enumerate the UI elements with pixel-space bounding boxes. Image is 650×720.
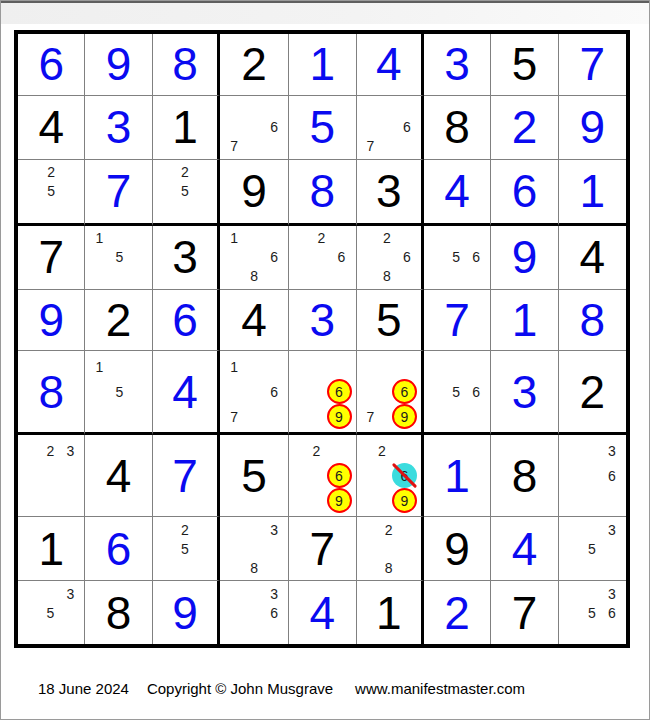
cell-r3c6[interactable]: 3 [357, 160, 424, 226]
cell-r4c4[interactable]: 168 [220, 226, 289, 290]
cell-r1c4[interactable]: 2 [220, 34, 289, 96]
cell-r4c2[interactable]: 15 [85, 226, 152, 290]
solved-digit-1: 1 [310, 41, 336, 87]
given-digit-3: 3 [376, 168, 402, 214]
cell-r2c5[interactable]: 5 [289, 96, 356, 160]
cell-r6c1[interactable]: 8 [18, 351, 85, 435]
cell-r5c7[interactable]: 7 [424, 290, 491, 352]
solved-digit-1: 1 [580, 168, 606, 214]
cell-r9c1[interactable]: 35 [18, 581, 85, 644]
cell-r3c3[interactable]: 25 [153, 160, 220, 226]
candidate-2: 2 [175, 520, 195, 539]
cell-r8c4[interactable]: 38 [220, 517, 289, 581]
cell-r3c5[interactable]: 8 [289, 160, 356, 226]
cell-r4c5[interactable]: 26 [289, 226, 356, 290]
solved-digit-7: 7 [172, 453, 198, 499]
cell-r7c2[interactable]: 4 [85, 435, 152, 517]
cell-r7c1[interactable]: 23 [18, 435, 85, 517]
candidate-2: 2 [175, 163, 195, 182]
solved-digit-6: 6 [38, 41, 64, 87]
candidate-6: 6 [264, 382, 284, 401]
candidate-1: 1 [89, 229, 109, 248]
cell-r3c1[interactable]: 25 [18, 160, 85, 226]
solved-digit-9: 9 [106, 41, 132, 87]
candidate-7: 7 [361, 137, 381, 156]
candidate-6: 6 [332, 248, 352, 267]
cell-r1c9[interactable]: 7 [559, 34, 626, 96]
cell-r9c5[interactable]: 4 [289, 581, 356, 644]
cell-r6c9[interactable]: 2 [559, 351, 626, 435]
solved-digit-4: 4 [376, 41, 402, 87]
solved-digit-9: 9 [172, 590, 198, 636]
cell-r3c4[interactable]: 9 [220, 160, 289, 226]
given-digit-5: 5 [376, 297, 402, 343]
candidate-6: 6 [397, 118, 417, 137]
cell-r3c9[interactable]: 1 [559, 160, 626, 226]
given-digit-8: 8 [106, 590, 132, 636]
candidate-6: 6 [466, 248, 486, 267]
cell-r5c9[interactable]: 8 [559, 290, 626, 352]
cell-r8c3[interactable]: 25 [153, 517, 220, 581]
cell-r1c2[interactable]: 9 [85, 34, 152, 96]
cell-r1c7[interactable]: 3 [424, 34, 491, 96]
candidate-9-highlighted: 9 [327, 404, 352, 429]
given-digit-8: 8 [512, 453, 538, 499]
candidate-5: 5 [582, 603, 602, 622]
candidate-5: 5 [175, 182, 195, 201]
candidate-5: 5 [109, 248, 129, 267]
cell-r6c8[interactable]: 3 [491, 351, 558, 435]
solved-digit-6: 6 [512, 168, 538, 214]
cell-r9c4[interactable]: 36 [220, 581, 289, 644]
solved-digit-6: 6 [106, 526, 132, 572]
cell-r1c5[interactable]: 1 [289, 34, 356, 96]
candidate-3: 3 [60, 584, 80, 603]
sudoku-board: 6982143574316756782925725983461715316826… [14, 30, 630, 648]
given-digit-5: 5 [241, 453, 267, 499]
candidate-7: 7 [224, 137, 244, 156]
given-digit-2: 2 [241, 41, 267, 87]
cell-r5c1[interactable]: 9 [18, 290, 85, 352]
cell-r7c6[interactable]: 269 [357, 435, 424, 517]
candidate-3: 3 [602, 584, 622, 603]
cell-r9c2[interactable]: 8 [85, 581, 152, 644]
given-digit-4: 4 [241, 297, 267, 343]
solved-digit-2: 2 [444, 590, 470, 636]
cell-r1c1[interactable]: 6 [18, 34, 85, 96]
candidate-3: 3 [264, 584, 284, 603]
cell-r9c9[interactable]: 356 [559, 581, 626, 644]
cell-r5c2[interactable]: 2 [85, 290, 152, 352]
candidate-2: 2 [40, 441, 60, 460]
solved-digit-3: 3 [310, 297, 336, 343]
title-bar [1, 1, 649, 24]
given-digit-4: 4 [106, 453, 132, 499]
candidate-1: 1 [224, 357, 244, 376]
cell-r1c8[interactable]: 5 [491, 34, 558, 96]
candidate-3: 3 [602, 441, 622, 460]
cell-r6c6[interactable]: 679 [357, 351, 424, 435]
candidate-5: 5 [446, 248, 466, 267]
footer: 18 June 2024Copyright © John Musgravewww… [38, 680, 525, 697]
cell-r8c6[interactable]: 28 [357, 517, 424, 581]
cell-r5c5[interactable]: 3 [289, 290, 356, 352]
candidate-3: 3 [602, 520, 622, 539]
candidate-6: 6 [264, 118, 284, 137]
candidate-6: 6 [397, 248, 417, 267]
cell-r2c7[interactable]: 8 [424, 96, 491, 160]
cell-r8c1[interactable]: 1 [18, 517, 85, 581]
solved-digit-4: 4 [444, 168, 470, 214]
given-digit-8: 8 [444, 104, 470, 150]
cell-r4c6[interactable]: 268 [357, 226, 424, 290]
given-digit-9: 9 [444, 526, 470, 572]
solved-digit-8: 8 [38, 369, 64, 415]
candidate-3: 3 [264, 520, 284, 539]
candidate-5: 5 [40, 603, 60, 622]
solved-digit-8: 8 [310, 168, 336, 214]
candidate-6-highlighted: 6 [327, 463, 352, 488]
solved-digit-1: 1 [444, 453, 470, 499]
cell-r2c9[interactable]: 9 [559, 96, 626, 160]
solved-digit-7: 7 [580, 41, 606, 87]
candidate-7: 7 [224, 407, 244, 426]
solved-digit-9: 9 [38, 297, 64, 343]
cell-r6c7[interactable]: 56 [424, 351, 491, 435]
cell-r9c7[interactable]: 2 [424, 581, 491, 644]
candidate-6: 6 [264, 603, 284, 622]
cell-r7c7[interactable]: 1 [424, 435, 491, 517]
cell-r1c3[interactable]: 8 [153, 34, 220, 96]
solved-digit-3: 3 [512, 369, 538, 415]
cell-r5c4[interactable]: 4 [220, 290, 289, 352]
candidate-8: 8 [244, 558, 264, 577]
candidate-6: 6 [602, 603, 622, 622]
cell-r4c1[interactable]: 7 [18, 226, 85, 290]
given-digit-5: 5 [512, 41, 538, 87]
candidate-2: 2 [41, 163, 61, 182]
cell-r8c7[interactable]: 9 [424, 517, 491, 581]
given-digit-2: 2 [106, 297, 132, 343]
footer-copyright: Copyright © John Musgrave [147, 680, 333, 697]
candidate-2: 2 [372, 441, 392, 460]
solved-digit-4: 4 [172, 369, 198, 415]
candidate-5: 5 [446, 382, 466, 401]
cell-r7c9[interactable]: 36 [559, 435, 626, 517]
candidate-1: 1 [224, 229, 244, 248]
cell-r7c3[interactable]: 7 [153, 435, 220, 517]
candidate-6: 6 [466, 382, 486, 401]
cell-r5c6[interactable]: 5 [357, 290, 424, 352]
candidate-8: 8 [244, 267, 264, 286]
cell-r4c3[interactable]: 3 [153, 226, 220, 290]
solved-digit-3: 3 [106, 104, 132, 150]
given-digit-1: 1 [376, 590, 402, 636]
solved-digit-5: 5 [310, 104, 336, 150]
candidate-9-highlighted: 9 [392, 404, 417, 429]
candidate-5: 5 [175, 539, 195, 558]
candidate-2: 2 [379, 520, 399, 539]
solved-digit-3: 3 [444, 41, 470, 87]
candidate-6: 6 [602, 466, 622, 485]
solved-digit-1: 1 [512, 297, 538, 343]
cell-r2c2[interactable]: 3 [85, 96, 152, 160]
candidate-5: 5 [582, 539, 602, 558]
cell-r8c9[interactable]: 35 [559, 517, 626, 581]
given-digit-3: 3 [172, 234, 198, 280]
solved-digit-4: 4 [310, 590, 336, 636]
given-digit-7: 7 [512, 590, 538, 636]
footer-website: www.manifestmaster.com [355, 680, 525, 697]
solved-digit-8: 8 [580, 297, 606, 343]
cell-r6c2[interactable]: 15 [85, 351, 152, 435]
candidate-9-highlighted: 9 [327, 488, 352, 513]
cell-r7c5[interactable]: 269 [289, 435, 356, 517]
footer-date: 18 June 2024 [38, 680, 129, 697]
candidate-6: 6 [264, 248, 284, 267]
cell-r8c5[interactable]: 7 [289, 517, 356, 581]
given-digit-2: 2 [580, 369, 606, 415]
cell-r5c8[interactable]: 1 [491, 290, 558, 352]
candidate-3: 3 [60, 441, 80, 460]
candidate-6-highlighted: 6 [327, 379, 352, 404]
cell-r9c3[interactable]: 9 [153, 581, 220, 644]
candidate-8: 8 [379, 558, 399, 577]
given-digit-4: 4 [580, 234, 606, 280]
cell-r3c2[interactable]: 7 [85, 160, 152, 226]
candidate-2: 2 [312, 229, 332, 248]
candidate-6-eliminated: 6 [392, 463, 417, 488]
cell-r3c7[interactable]: 4 [424, 160, 491, 226]
candidate-6-highlighted: 6 [392, 379, 417, 404]
cell-r9c8[interactable]: 7 [491, 581, 558, 644]
solved-digit-7: 7 [106, 168, 132, 214]
given-digit-1: 1 [172, 104, 198, 150]
cell-r6c5[interactable]: 69 [289, 351, 356, 435]
cell-r2c1[interactable]: 4 [18, 96, 85, 160]
cell-r6c4[interactable]: 167 [220, 351, 289, 435]
cell-r2c3[interactable]: 1 [153, 96, 220, 160]
solved-digit-6: 6 [172, 297, 198, 343]
solved-digit-7: 7 [444, 297, 470, 343]
cell-r8c8[interactable]: 4 [491, 517, 558, 581]
cell-r2c8[interactable]: 2 [491, 96, 558, 160]
cell-r6c3[interactable]: 4 [153, 351, 220, 435]
cell-r3c8[interactable]: 6 [491, 160, 558, 226]
solved-digit-2: 2 [512, 104, 538, 150]
cell-r4c9[interactable]: 4 [559, 226, 626, 290]
cell-r2c6[interactable]: 67 [357, 96, 424, 160]
candidate-2: 2 [307, 441, 327, 460]
solved-digit-9: 9 [580, 104, 606, 150]
solved-digit-8: 8 [172, 41, 198, 87]
cell-r8c2[interactable]: 6 [85, 517, 152, 581]
candidate-5: 5 [109, 382, 129, 401]
given-digit-4: 4 [38, 104, 64, 150]
cell-r4c8[interactable]: 9 [491, 226, 558, 290]
cell-r1c6[interactable]: 4 [357, 34, 424, 96]
candidate-2: 2 [377, 229, 397, 248]
candidate-8: 8 [377, 267, 397, 286]
solved-digit-4: 4 [512, 526, 538, 572]
cell-r7c4[interactable]: 5 [220, 435, 289, 517]
given-digit-7: 7 [38, 234, 64, 280]
given-digit-7: 7 [310, 526, 336, 572]
candidate-9-highlighted: 9 [392, 488, 417, 513]
candidate-7: 7 [361, 407, 381, 426]
candidate-5: 5 [41, 182, 61, 201]
given-digit-9: 9 [241, 168, 267, 214]
cell-r7c8[interactable]: 8 [491, 435, 558, 517]
cell-r9c6[interactable]: 1 [357, 581, 424, 644]
cell-r5c3[interactable]: 6 [153, 290, 220, 352]
cell-r2c4[interactable]: 67 [220, 96, 289, 160]
candidate-1: 1 [89, 357, 109, 376]
cell-r4c7[interactable]: 56 [424, 226, 491, 290]
solved-digit-9: 9 [512, 234, 538, 280]
given-digit-1: 1 [38, 526, 64, 572]
